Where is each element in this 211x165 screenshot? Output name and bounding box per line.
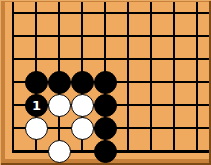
stone-white xyxy=(48,94,71,117)
stone-white xyxy=(25,117,48,140)
vertical-grid-line xyxy=(150,2,152,152)
stone-black xyxy=(25,71,48,94)
horizontal-grid-line xyxy=(12,12,209,14)
go-diagram: 1 xyxy=(0,0,211,165)
horizontal-grid-line xyxy=(12,58,209,60)
vertical-grid-line xyxy=(196,2,198,152)
vertical-grid-line xyxy=(127,2,129,152)
stone-white xyxy=(48,140,71,163)
stone-black xyxy=(94,140,117,163)
stone-black xyxy=(48,71,71,94)
stone-black xyxy=(94,117,117,140)
stone-white xyxy=(71,94,94,117)
vertical-grid-line xyxy=(173,2,175,152)
stone-white xyxy=(71,117,94,140)
board-left-edge-line xyxy=(12,2,14,152)
horizontal-grid-line xyxy=(12,35,209,37)
stone-black xyxy=(71,71,94,94)
stone-black-move-1: 1 xyxy=(25,94,48,117)
stone-black xyxy=(94,71,117,94)
move-number-label: 1 xyxy=(32,99,41,112)
stone-black xyxy=(94,94,117,117)
